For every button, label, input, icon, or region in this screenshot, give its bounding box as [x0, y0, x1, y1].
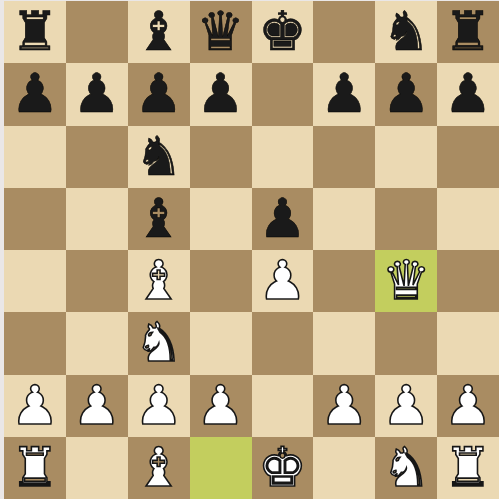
square-d7[interactable]: ♟: [190, 63, 252, 125]
square-c4[interactable]: ♝: [128, 250, 190, 312]
square-g1[interactable]: ♞: [375, 437, 437, 499]
square-e8[interactable]: ♚: [252, 1, 314, 63]
square-a6[interactable]: [4, 126, 66, 188]
square-f1[interactable]: [313, 437, 375, 499]
white-knight-piece[interactable]: ♞: [382, 437, 430, 499]
chess-board: ♜♝♛♚♞♜♟♟♟♟♟♟♟♞♝♟♝♟♛♞♟♟♟♟♟♟♟♜♝♚♞♜: [4, 1, 499, 499]
square-h5[interactable]: [437, 188, 499, 250]
square-a4[interactable]: [4, 250, 66, 312]
square-a7[interactable]: ♟: [4, 63, 66, 125]
square-c2[interactable]: ♟: [128, 375, 190, 437]
square-f5[interactable]: [313, 188, 375, 250]
square-d1[interactable]: [190, 437, 252, 499]
square-f6[interactable]: [313, 126, 375, 188]
square-c3[interactable]: ♞: [128, 312, 190, 374]
black-pawn-piece[interactable]: ♟: [11, 63, 59, 125]
white-bishop-piece[interactable]: ♝: [134, 250, 182, 312]
black-pawn-piece[interactable]: ♟: [258, 188, 306, 250]
square-h3[interactable]: [437, 312, 499, 374]
square-c8[interactable]: ♝: [128, 1, 190, 63]
white-king-piece[interactable]: ♚: [258, 437, 306, 499]
square-b1[interactable]: [66, 437, 128, 499]
black-bishop-piece[interactable]: ♝: [134, 1, 182, 63]
square-b5[interactable]: [66, 188, 128, 250]
black-knight-piece[interactable]: ♞: [382, 1, 430, 63]
black-pawn-piece[interactable]: ♟: [320, 63, 368, 125]
square-b3[interactable]: [66, 312, 128, 374]
black-pawn-piece[interactable]: ♟: [196, 63, 244, 125]
white-pawn-piece[interactable]: ♟: [382, 375, 430, 437]
square-e6[interactable]: [252, 126, 314, 188]
white-rook-piece[interactable]: ♜: [444, 437, 492, 499]
black-pawn-piece[interactable]: ♟: [382, 63, 430, 125]
white-pawn-piece[interactable]: ♟: [320, 375, 368, 437]
white-queen-piece[interactable]: ♛: [382, 250, 430, 312]
square-d2[interactable]: ♟: [190, 375, 252, 437]
square-e5[interactable]: ♟: [252, 188, 314, 250]
square-e3[interactable]: [252, 312, 314, 374]
square-e7[interactable]: [252, 63, 314, 125]
black-bishop-piece[interactable]: ♝: [134, 188, 182, 250]
square-b4[interactable]: [66, 250, 128, 312]
black-king-piece[interactable]: ♚: [258, 1, 306, 63]
square-a1[interactable]: ♜: [4, 437, 66, 499]
black-rook-piece[interactable]: ♜: [444, 1, 492, 63]
chess-app-screenshot: { "game": "chess", "position": { "fen": …: [0, 0, 499, 499]
square-b7[interactable]: ♟: [66, 63, 128, 125]
black-pawn-piece[interactable]: ♟: [73, 63, 121, 125]
square-f8[interactable]: [313, 1, 375, 63]
white-pawn-piece[interactable]: ♟: [196, 375, 244, 437]
square-d6[interactable]: [190, 126, 252, 188]
square-g3[interactable]: [375, 312, 437, 374]
square-d3[interactable]: [190, 312, 252, 374]
white-pawn-piece[interactable]: ♟: [11, 375, 59, 437]
square-f4[interactable]: [313, 250, 375, 312]
white-pawn-piece[interactable]: ♟: [73, 375, 121, 437]
square-b8[interactable]: [66, 1, 128, 63]
square-c7[interactable]: ♟: [128, 63, 190, 125]
square-f3[interactable]: [313, 312, 375, 374]
square-e1[interactable]: ♚: [252, 437, 314, 499]
square-a3[interactable]: [4, 312, 66, 374]
square-h1[interactable]: ♜: [437, 437, 499, 499]
black-rook-piece[interactable]: ♜: [11, 1, 59, 63]
black-knight-piece[interactable]: ♞: [134, 126, 182, 188]
square-e4[interactable]: ♟: [252, 250, 314, 312]
square-g8[interactable]: ♞: [375, 1, 437, 63]
square-a5[interactable]: [4, 188, 66, 250]
square-g4[interactable]: ♛: [375, 250, 437, 312]
white-knight-piece[interactable]: ♞: [134, 312, 182, 374]
square-c1[interactable]: ♝: [128, 437, 190, 499]
square-c5[interactable]: ♝: [128, 188, 190, 250]
square-h6[interactable]: [437, 126, 499, 188]
square-h7[interactable]: ♟: [437, 63, 499, 125]
square-d4[interactable]: [190, 250, 252, 312]
square-d8[interactable]: ♛: [190, 1, 252, 63]
square-a2[interactable]: ♟: [4, 375, 66, 437]
square-h4[interactable]: [437, 250, 499, 312]
square-g2[interactable]: ♟: [375, 375, 437, 437]
square-g5[interactable]: [375, 188, 437, 250]
square-f7[interactable]: ♟: [313, 63, 375, 125]
white-pawn-piece[interactable]: ♟: [258, 250, 306, 312]
square-b2[interactable]: ♟: [66, 375, 128, 437]
white-rook-piece[interactable]: ♜: [11, 437, 59, 499]
square-h2[interactable]: ♟: [437, 375, 499, 437]
square-g6[interactable]: [375, 126, 437, 188]
square-e2[interactable]: [252, 375, 314, 437]
white-pawn-piece[interactable]: ♟: [134, 375, 182, 437]
square-d5[interactable]: [190, 188, 252, 250]
black-pawn-piece[interactable]: ♟: [444, 63, 492, 125]
white-pawn-piece[interactable]: ♟: [444, 375, 492, 437]
square-f2[interactable]: ♟: [313, 375, 375, 437]
black-queen-piece[interactable]: ♛: [196, 1, 244, 63]
square-a8[interactable]: ♜: [4, 1, 66, 63]
square-h8[interactable]: ♜: [437, 1, 499, 63]
square-c6[interactable]: ♞: [128, 126, 190, 188]
square-b6[interactable]: [66, 126, 128, 188]
white-bishop-piece[interactable]: ♝: [134, 437, 182, 499]
square-g7[interactable]: ♟: [375, 63, 437, 125]
board-frame: ♜♝♛♚♞♜♟♟♟♟♟♟♟♞♝♟♝♟♛♞♟♟♟♟♟♟♟♜♝♚♞♜: [0, 0, 499, 499]
black-pawn-piece[interactable]: ♟: [134, 63, 182, 125]
